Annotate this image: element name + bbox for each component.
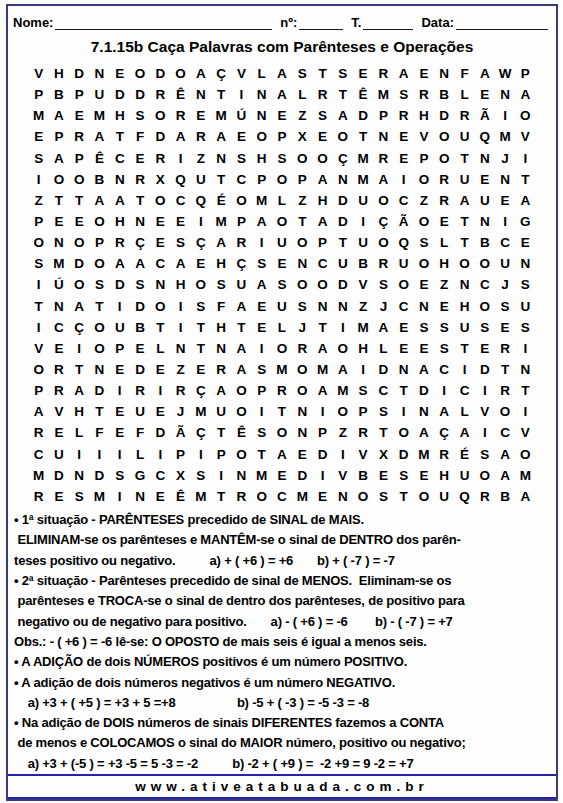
grid-cell[interactable]: S — [29, 148, 49, 169]
grid-cell[interactable]: O — [434, 148, 454, 169]
grid-cell[interactable]: A — [394, 63, 414, 84]
grid-cell[interactable]: A — [49, 105, 69, 126]
grid-cell[interactable]: B — [495, 486, 515, 507]
grid-cell[interactable]: O — [515, 444, 535, 465]
grid-cell[interactable]: N — [312, 296, 332, 317]
grid-cell[interactable]: D — [292, 465, 312, 486]
grid-cell[interactable]: L — [252, 63, 272, 84]
grid-cell[interactable]: Ú — [49, 275, 69, 296]
grid-cell[interactable]: D — [130, 359, 150, 380]
grid-cell[interactable]: S — [191, 465, 211, 486]
grid-cell[interactable]: X — [292, 127, 312, 148]
grid-cell[interactable]: I — [353, 211, 373, 232]
grid-cell[interactable]: L — [150, 338, 170, 359]
grid-cell[interactable]: G — [515, 211, 535, 232]
grid-cell[interactable]: I — [495, 105, 515, 126]
grid-cell[interactable]: J — [495, 275, 515, 296]
grid-cell[interactable]: H — [69, 401, 89, 422]
grid-cell[interactable]: T — [312, 63, 332, 84]
grid-cell[interactable]: O — [231, 444, 251, 465]
grid-cell[interactable]: A — [110, 253, 130, 274]
grid-cell[interactable]: H — [110, 211, 130, 232]
grid-cell[interactable]: D — [394, 444, 414, 465]
grid-cell[interactable]: P — [373, 105, 393, 126]
grid-cell[interactable]: E — [110, 63, 130, 84]
grid-cell[interactable]: Z — [353, 296, 373, 317]
grid-cell[interactable]: R — [353, 423, 373, 444]
grid-cell[interactable]: Q — [454, 486, 474, 507]
grid-cell[interactable]: N — [454, 275, 474, 296]
grid-cell[interactable]: I — [515, 338, 535, 359]
grid-cell[interactable]: I — [312, 401, 332, 422]
grid-cell[interactable]: U — [515, 296, 535, 317]
grid-cell[interactable]: E — [252, 296, 272, 317]
grid-cell[interactable]: X — [150, 169, 170, 190]
grid-cell[interactable]: T — [394, 486, 414, 507]
grid-cell[interactable]: O — [272, 338, 292, 359]
grid-cell[interactable]: A — [89, 127, 109, 148]
grid-cell[interactable]: R — [373, 63, 393, 84]
grid-cell[interactable]: U — [353, 190, 373, 211]
grid-cell[interactable]: O — [191, 275, 211, 296]
grid-cell[interactable]: D — [373, 359, 393, 380]
grid-cell[interactable]: H — [434, 253, 454, 274]
grid-cell[interactable]: N — [475, 148, 495, 169]
grid-cell[interactable]: A — [333, 105, 353, 126]
grid-cell[interactable]: M — [191, 401, 211, 422]
grid-cell[interactable]: Ç — [333, 148, 353, 169]
grid-cell[interactable]: O — [69, 169, 89, 190]
grid-cell[interactable]: A — [231, 359, 251, 380]
grid-cell[interactable]: A — [475, 63, 495, 84]
grid-cell[interactable]: N — [333, 296, 353, 317]
grid-cell[interactable]: O — [272, 211, 292, 232]
grid-cell[interactable]: D — [49, 465, 69, 486]
grid-cell[interactable]: S — [130, 275, 150, 296]
grid-cell[interactable]: A — [434, 401, 454, 422]
grid-cell[interactable]: N — [69, 465, 89, 486]
grid-cell[interactable]: P — [312, 423, 332, 444]
grid-cell[interactable]: U — [211, 401, 231, 422]
grid-cell[interactable]: R — [231, 232, 251, 253]
grid-cell[interactable]: H — [211, 253, 231, 274]
grid-cell[interactable]: P — [29, 211, 49, 232]
grid-cell[interactable]: T — [333, 84, 353, 105]
grid-cell[interactable]: O — [454, 253, 474, 274]
grid-cell[interactable]: T — [394, 380, 414, 401]
grid-cell[interactable]: E — [373, 465, 393, 486]
grid-cell[interactable]: T — [454, 338, 474, 359]
grid-cell[interactable]: O — [495, 401, 515, 422]
grid-cell[interactable]: M — [89, 105, 109, 126]
grid-cell[interactable]: T — [454, 211, 474, 232]
grid-cell[interactable]: T — [231, 317, 251, 338]
grid-cell[interactable]: R — [434, 444, 454, 465]
grid-cell[interactable]: V — [231, 63, 251, 84]
grid-cell[interactable]: C — [49, 317, 69, 338]
grid-cell[interactable]: F — [130, 423, 150, 444]
grid-cell[interactable]: O — [333, 338, 353, 359]
grid-cell[interactable]: R — [475, 486, 495, 507]
grid-cell[interactable]: E — [110, 359, 130, 380]
grid-cell[interactable]: E — [434, 211, 454, 232]
grid-cell[interactable]: F — [211, 296, 231, 317]
grid-cell[interactable]: A — [252, 211, 272, 232]
grid-cell[interactable]: B — [49, 84, 69, 105]
grid-cell[interactable]: E — [252, 317, 272, 338]
grid-cell[interactable]: O — [394, 275, 414, 296]
grid-cell[interactable]: N — [515, 253, 535, 274]
grid-cell[interactable]: T — [49, 190, 69, 211]
grid-cell[interactable]: M — [515, 465, 535, 486]
grid-cell[interactable]: B — [434, 84, 454, 105]
grid-cell[interactable]: T — [373, 423, 393, 444]
grid-cell[interactable]: J — [292, 317, 312, 338]
grid-cell[interactable]: O — [49, 169, 69, 190]
grid-cell[interactable]: T — [211, 423, 231, 444]
grid-cell[interactable]: T — [110, 127, 130, 148]
grid-cell[interactable]: S — [29, 253, 49, 274]
grid-cell[interactable]: E — [495, 317, 515, 338]
grid-cell[interactable]: O — [89, 317, 109, 338]
grid-cell[interactable]: D — [333, 211, 353, 232]
grid-cell[interactable]: T — [130, 190, 150, 211]
grid-cell[interactable]: E — [353, 63, 373, 84]
grid-cell[interactable]: O — [312, 148, 332, 169]
grid-cell[interactable]: Ã — [170, 423, 190, 444]
grid-cell[interactable]: R — [495, 380, 515, 401]
grid-cell[interactable]: I — [434, 380, 454, 401]
grid-cell[interactable]: U — [333, 253, 353, 274]
grid-cell[interactable]: R — [292, 338, 312, 359]
grid-cell[interactable]: Z — [292, 190, 312, 211]
grid-cell[interactable]: A — [312, 211, 332, 232]
grid-cell[interactable]: R — [373, 148, 393, 169]
grid-cell[interactable]: C — [495, 232, 515, 253]
grid-cell[interactable]: O — [292, 148, 312, 169]
grid-cell[interactable]: I — [170, 148, 190, 169]
grid-cell[interactable]: O — [414, 486, 434, 507]
grid-cell[interactable]: O — [130, 63, 150, 84]
grid-cell[interactable]: J — [495, 148, 515, 169]
grid-cell[interactable]: N — [110, 169, 130, 190]
grid-cell[interactable]: M — [353, 317, 373, 338]
grid-cell[interactable]: S — [272, 275, 292, 296]
grid-cell[interactable]: N — [333, 486, 353, 507]
grid-cell[interactable]: D — [333, 190, 353, 211]
grid-cell[interactable]: C — [373, 380, 393, 401]
grid-cell[interactable]: I — [69, 338, 89, 359]
grid-cell[interactable]: Ê — [170, 84, 190, 105]
grid-cell[interactable]: L — [69, 423, 89, 444]
grid-cell[interactable]: O — [373, 190, 393, 211]
grid-cell[interactable]: C — [394, 190, 414, 211]
grid-cell[interactable]: R — [454, 105, 474, 126]
grid-cell[interactable]: N — [211, 148, 231, 169]
grid-cell[interactable]: P — [252, 169, 272, 190]
grid-cell[interactable]: S — [191, 296, 211, 317]
grid-cell[interactable]: T — [515, 380, 535, 401]
grid-cell[interactable]: O — [475, 253, 495, 274]
grid-cell[interactable]: R — [495, 338, 515, 359]
grid-cell[interactable]: N — [89, 63, 109, 84]
grid-cell[interactable]: A — [69, 380, 89, 401]
grid-cell[interactable]: E — [495, 190, 515, 211]
grid-cell[interactable]: B — [353, 253, 373, 274]
grid-cell[interactable]: I — [515, 401, 535, 422]
grid-cell[interactable]: R — [150, 148, 170, 169]
grid-cell[interactable]: E — [515, 232, 535, 253]
grid-cell[interactable]: P — [353, 401, 373, 422]
grid-cell[interactable]: D — [89, 465, 109, 486]
grid-cell[interactable]: S — [394, 84, 414, 105]
grid-cell[interactable]: H — [454, 296, 474, 317]
grid-cell[interactable]: E — [475, 84, 495, 105]
grid-cell[interactable]: S — [231, 148, 251, 169]
grid-cell[interactable]: A — [515, 84, 535, 105]
grid-cell[interactable]: U — [231, 275, 251, 296]
grid-cell[interactable]: E — [394, 127, 414, 148]
grid-cell[interactable]: T — [191, 317, 211, 338]
grid-cell[interactable]: Ç — [211, 63, 231, 84]
grid-cell[interactable]: D — [414, 380, 434, 401]
grid-cell[interactable]: S — [515, 317, 535, 338]
grid-cell[interactable]: O — [292, 232, 312, 253]
grid-cell[interactable]: M — [353, 169, 373, 190]
grid-cell[interactable]: M — [49, 253, 69, 274]
grid-cell[interactable]: Ç — [191, 380, 211, 401]
grid-cell[interactable]: I — [252, 338, 272, 359]
grid-cell[interactable]: A — [89, 190, 109, 211]
grid-cell[interactable]: E — [394, 317, 414, 338]
grid-cell[interactable]: V — [515, 423, 535, 444]
grid-cell[interactable]: M — [211, 105, 231, 126]
grid-cell[interactable]: O — [150, 105, 170, 126]
grid-cell[interactable]: N — [414, 401, 434, 422]
grid-cell[interactable]: A — [414, 359, 434, 380]
grid-cell[interactable]: S — [475, 317, 495, 338]
grid-cell[interactable]: Z — [333, 423, 353, 444]
grid-cell[interactable]: S — [292, 296, 312, 317]
grid-cell[interactable]: T — [89, 296, 109, 317]
grid-cell[interactable]: E — [312, 127, 332, 148]
grid-cell[interactable]: P — [89, 232, 109, 253]
grid-cell[interactable]: S — [252, 359, 272, 380]
grid-cell[interactable]: D — [110, 275, 130, 296]
grid-cell[interactable]: A — [231, 338, 251, 359]
grid-cell[interactable]: O — [170, 63, 190, 84]
grid-cell[interactable]: I — [170, 317, 190, 338]
grid-cell[interactable]: U — [353, 232, 373, 253]
grid-cell[interactable]: P — [211, 444, 231, 465]
grid-cell[interactable]: T — [292, 211, 312, 232]
grid-cell[interactable]: O — [414, 253, 434, 274]
grid-cell[interactable]: S — [414, 317, 434, 338]
grid-cell[interactable]: A — [312, 169, 332, 190]
grid-cell[interactable]: N — [475, 211, 495, 232]
grid-cell[interactable]: C — [231, 169, 251, 190]
grid-cell[interactable]: O — [292, 359, 312, 380]
grid-cell[interactable]: U — [454, 465, 474, 486]
grid-cell[interactable]: D — [150, 127, 170, 148]
grid-cell[interactable]: C — [495, 423, 515, 444]
grid-cell[interactable]: M — [191, 486, 211, 507]
grid-cell[interactable]: N — [49, 232, 69, 253]
grid-cell[interactable]: N — [394, 359, 414, 380]
grid-cell[interactable]: R — [29, 423, 49, 444]
grid-cell[interactable]: M — [252, 465, 272, 486]
grid-cell[interactable]: O — [150, 296, 170, 317]
grid-cell[interactable]: C — [272, 486, 292, 507]
grid-cell[interactable]: N — [130, 211, 150, 232]
grid-cell[interactable]: C — [312, 253, 332, 274]
grid-cell[interactable]: T — [454, 148, 474, 169]
grid-cell[interactable]: H — [312, 190, 332, 211]
grid-cell[interactable]: O — [373, 232, 393, 253]
grid-cell[interactable]: S — [252, 423, 272, 444]
grid-cell[interactable]: Q — [394, 232, 414, 253]
grid-cell[interactable]: Ê — [353, 84, 373, 105]
grid-cell[interactable]: N — [252, 84, 272, 105]
grid-cell[interactable]: D — [130, 84, 150, 105]
grid-cell[interactable]: E — [69, 211, 89, 232]
grid-cell[interactable]: O — [69, 275, 89, 296]
grid-cell[interactable]: M — [211, 211, 231, 232]
grid-cell[interactable]: O — [414, 169, 434, 190]
grid-cell[interactable]: S — [475, 444, 495, 465]
grid-cell[interactable]: V — [49, 401, 69, 422]
grid-cell[interactable]: U — [495, 253, 515, 274]
grid-cell[interactable]: C — [150, 253, 170, 274]
grid-cell[interactable]: O — [150, 190, 170, 211]
grid-cell[interactable]: E — [394, 148, 414, 169]
grid-cell[interactable]: M — [495, 127, 515, 148]
grid-cell[interactable]: Z — [292, 105, 312, 126]
grid-cell[interactable]: C — [29, 444, 49, 465]
grid-cell[interactable]: P — [69, 148, 89, 169]
grid-cell[interactable]: S — [434, 338, 454, 359]
grid-cell[interactable]: S — [130, 105, 150, 126]
grid-cell[interactable]: D — [475, 359, 495, 380]
grid-cell[interactable]: A — [130, 253, 150, 274]
grid-cell[interactable]: I — [333, 444, 353, 465]
grid-cell[interactable]: V — [29, 338, 49, 359]
grid-cell[interactable]: T — [211, 84, 231, 105]
grid-cell[interactable]: E — [49, 423, 69, 444]
grid-cell[interactable]: D — [89, 380, 109, 401]
grid-cell[interactable]: V — [333, 465, 353, 486]
grid-cell[interactable]: O — [312, 275, 332, 296]
grid-cell[interactable]: E — [414, 275, 434, 296]
grid-cell[interactable]: N — [49, 296, 69, 317]
grid-cell[interactable]: D — [130, 296, 150, 317]
grid-cell[interactable]: R — [312, 84, 332, 105]
grid-cell[interactable]: N — [373, 127, 393, 148]
grid-cell[interactable]: Ç — [191, 232, 211, 253]
grid-cell[interactable]: R — [272, 380, 292, 401]
grid-cell[interactable]: A — [515, 486, 535, 507]
grid-cell[interactable]: V — [475, 401, 495, 422]
grid-cell[interactable]: U — [434, 486, 454, 507]
grid-cell[interactable]: R — [434, 190, 454, 211]
grid-cell[interactable]: O — [333, 401, 353, 422]
grid-cell[interactable]: I — [353, 359, 373, 380]
grid-cell[interactable]: R — [191, 127, 211, 148]
grid-cell[interactable]: N — [130, 486, 150, 507]
grid-cell[interactable]: C — [454, 380, 474, 401]
grid-cell[interactable]: E — [191, 105, 211, 126]
grid-cell[interactable]: A — [231, 296, 251, 317]
grid-cell[interactable]: S — [333, 63, 353, 84]
grid-cell[interactable]: U — [130, 401, 150, 422]
grid-cell[interactable]: R — [69, 127, 89, 148]
grid-cell[interactable]: N — [434, 63, 454, 84]
grid-cell[interactable]: E — [170, 211, 190, 232]
grid-cell[interactable]: A — [69, 296, 89, 317]
grid-cell[interactable]: J — [170, 401, 190, 422]
grid-cell[interactable]: L — [434, 232, 454, 253]
grid-cell[interactable]: E — [191, 359, 211, 380]
grid-cell[interactable]: Q — [191, 190, 211, 211]
grid-cell[interactable]: T — [495, 359, 515, 380]
grid-cell[interactable]: V — [353, 444, 373, 465]
grid-cell[interactable]: A — [252, 275, 272, 296]
grid-cell[interactable]: M — [252, 190, 272, 211]
grid-cell[interactable]: S — [211, 275, 231, 296]
grid-cell[interactable]: H — [252, 148, 272, 169]
grid-cell[interactable]: S — [515, 275, 535, 296]
grid-cell[interactable]: R — [170, 380, 190, 401]
grid-cell[interactable]: E — [150, 211, 170, 232]
grid-cell[interactable]: V — [29, 63, 49, 84]
grid-cell[interactable]: N — [170, 338, 190, 359]
grid-cell[interactable]: R — [394, 105, 414, 126]
grid-cell[interactable]: I — [110, 444, 130, 465]
grid-cell[interactable]: Ç — [69, 317, 89, 338]
grid-cell[interactable]: M — [414, 444, 434, 465]
grid-cell[interactable]: S — [170, 232, 190, 253]
grid-cell[interactable]: E — [130, 338, 150, 359]
grid-cell[interactable]: N — [191, 84, 211, 105]
grid-cell[interactable]: P — [29, 84, 49, 105]
grid-cell[interactable]: P — [292, 169, 312, 190]
grid-cell[interactable]: U — [394, 253, 414, 274]
grid-cell[interactable]: N — [292, 253, 312, 274]
grid-cell[interactable]: C — [394, 296, 414, 317]
grid-cell[interactable]: E — [150, 401, 170, 422]
grid-cell[interactable]: A — [272, 63, 292, 84]
grid-cell[interactable]: O — [333, 127, 353, 148]
grid-cell[interactable]: T — [454, 232, 474, 253]
grid-cell[interactable]: U — [110, 317, 130, 338]
grid-cell[interactable]: O — [252, 127, 272, 148]
grid-cell[interactable]: H — [49, 63, 69, 84]
grid-cell[interactable]: C — [475, 275, 495, 296]
grid-cell[interactable]: E — [29, 127, 49, 148]
grid-cell[interactable]: B — [130, 317, 150, 338]
grid-cell[interactable]: B — [89, 169, 109, 190]
grid-cell[interactable]: D — [353, 105, 373, 126]
grid-cell[interactable]: R — [231, 486, 251, 507]
grid-cell[interactable]: S — [373, 486, 393, 507]
grid-cell[interactable]: A — [312, 338, 332, 359]
grid-cell[interactable]: L — [130, 444, 150, 465]
grid-cell[interactable]: O — [231, 380, 251, 401]
grid-cell[interactable]: P — [272, 127, 292, 148]
grid-cell[interactable]: O — [353, 486, 373, 507]
grid-cell[interactable]: S — [252, 253, 272, 274]
grid-cell[interactable]: N — [89, 359, 109, 380]
